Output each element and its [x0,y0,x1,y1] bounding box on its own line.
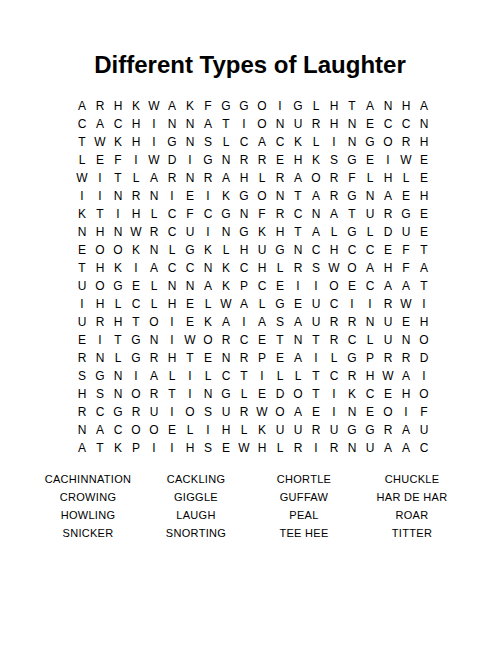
grid-cell[interactable]: U [379,313,397,331]
grid-cell[interactable]: E [271,151,289,169]
grid-cell[interactable]: N [307,205,325,223]
grid-cell[interactable]: C [235,331,253,349]
grid-cell[interactable]: O [199,331,217,349]
grid-cell[interactable]: E [127,277,145,295]
grid-cell[interactable]: R [145,349,163,367]
grid-cell[interactable]: S [199,439,217,457]
grid-cell[interactable]: I [307,439,325,457]
grid-cell[interactable]: A [361,259,379,277]
grid-cell[interactable]: N [199,385,217,403]
grid-cell[interactable]: I [145,133,163,151]
grid-cell[interactable]: A [289,169,307,187]
grid-cell[interactable]: H [163,295,181,313]
grid-cell[interactable]: N [91,349,109,367]
grid-cell[interactable]: A [307,223,325,241]
grid-cell[interactable]: L [235,421,253,439]
grid-cell[interactable]: G [199,151,217,169]
grid-cell[interactable]: N [145,187,163,205]
grid-cell[interactable]: W [235,439,253,457]
grid-cell[interactable]: A [235,295,253,313]
grid-cell[interactable]: I [163,313,181,331]
grid-cell[interactable]: H [379,169,397,187]
grid-cell[interactable]: T [73,133,91,151]
grid-cell[interactable]: L [145,277,163,295]
grid-cell[interactable]: N [343,115,361,133]
grid-cell[interactable]: R [325,313,343,331]
grid-cell[interactable]: C [91,403,109,421]
grid-cell[interactable]: O [343,259,361,277]
grid-cell[interactable]: A [217,169,235,187]
grid-cell[interactable]: U [397,223,415,241]
grid-cell[interactable]: K [199,241,217,259]
grid-cell[interactable]: R [73,403,91,421]
grid-cell[interactable]: G [361,421,379,439]
grid-cell[interactable]: A [397,421,415,439]
grid-cell[interactable]: I [145,439,163,457]
grid-cell[interactable]: L [307,97,325,115]
grid-cell[interactable]: I [361,295,379,313]
grid-cell[interactable]: H [91,295,109,313]
grid-cell[interactable]: H [235,241,253,259]
grid-cell[interactable]: L [361,223,379,241]
grid-cell[interactable]: O [415,331,433,349]
grid-cell[interactable]: R [307,421,325,439]
grid-cell[interactable]: H [289,151,307,169]
grid-cell[interactable]: E [379,385,397,403]
grid-cell[interactable]: E [397,187,415,205]
grid-cell[interactable]: N [361,313,379,331]
grid-cell[interactable]: R [199,169,217,187]
grid-cell[interactable]: N [271,115,289,133]
grid-cell[interactable]: C [343,241,361,259]
grid-cell[interactable]: A [397,367,415,385]
grid-cell[interactable]: O [109,241,127,259]
grid-cell[interactable]: C [109,115,127,133]
grid-cell[interactable]: K [127,241,145,259]
grid-cell[interactable]: H [415,313,433,331]
grid-cell[interactable]: R [145,223,163,241]
grid-cell[interactable]: T [181,349,199,367]
grid-cell[interactable]: U [289,421,307,439]
grid-cell[interactable]: I [91,331,109,349]
grid-cell[interactable]: K [343,385,361,403]
grid-cell[interactable]: A [91,421,109,439]
grid-cell[interactable]: I [325,133,343,151]
grid-cell[interactable]: A [397,277,415,295]
grid-cell[interactable]: A [325,205,343,223]
grid-cell[interactable]: N [235,205,253,223]
grid-cell[interactable]: K [217,277,235,295]
grid-cell[interactable]: R [325,187,343,205]
grid-cell[interactable]: A [145,367,163,385]
grid-cell[interactable]: T [235,367,253,385]
grid-cell[interactable]: S [199,133,217,151]
grid-cell[interactable]: K [307,151,325,169]
grid-cell[interactable]: O [181,403,199,421]
grid-cell[interactable]: R [307,115,325,133]
grid-cell[interactable]: L [325,349,343,367]
grid-cell[interactable]: U [361,439,379,457]
grid-cell[interactable]: E [73,241,91,259]
grid-cell[interactable]: R [235,403,253,421]
grid-cell[interactable]: A [217,313,235,331]
grid-cell[interactable]: F [415,403,433,421]
grid-cell[interactable]: K [127,97,145,115]
grid-cell[interactable]: C [163,223,181,241]
grid-cell[interactable]: S [325,151,343,169]
grid-cell[interactable]: D [163,151,181,169]
grid-cell[interactable]: G [343,349,361,367]
grid-cell[interactable]: N [397,331,415,349]
grid-cell[interactable]: E [361,115,379,133]
grid-cell[interactable]: N [217,151,235,169]
grid-cell[interactable]: A [163,97,181,115]
grid-cell[interactable]: H [91,259,109,277]
grid-cell[interactable]: A [199,277,217,295]
grid-cell[interactable]: E [415,169,433,187]
grid-cell[interactable]: A [145,259,163,277]
grid-cell[interactable]: G [343,223,361,241]
grid-cell[interactable]: O [307,169,325,187]
grid-cell[interactable]: T [289,187,307,205]
grid-cell[interactable]: L [253,295,271,313]
grid-cell[interactable]: I [199,421,217,439]
grid-cell[interactable]: R [253,151,271,169]
grid-cell[interactable]: E [415,151,433,169]
grid-cell[interactable]: U [289,115,307,133]
grid-cell[interactable]: A [91,115,109,133]
grid-cell[interactable]: R [325,331,343,349]
grid-cell[interactable]: R [91,97,109,115]
grid-cell[interactable]: O [145,421,163,439]
grid-cell[interactable]: G [235,223,253,241]
grid-cell[interactable]: I [199,223,217,241]
grid-cell[interactable]: O [91,241,109,259]
grid-cell[interactable]: I [307,349,325,367]
grid-cell[interactable]: N [145,241,163,259]
grid-cell[interactable]: L [271,259,289,277]
grid-cell[interactable]: O [127,385,145,403]
grid-cell[interactable]: U [253,241,271,259]
grid-cell[interactable]: I [235,313,253,331]
grid-cell[interactable]: L [235,385,253,403]
grid-cell[interactable]: L [199,367,217,385]
grid-cell[interactable]: A [253,133,271,151]
grid-cell[interactable]: E [361,151,379,169]
grid-cell[interactable]: T [73,259,91,277]
grid-cell[interactable]: U [145,403,163,421]
grid-cell[interactable]: S [73,367,91,385]
grid-cell[interactable]: N [181,277,199,295]
grid-cell[interactable]: U [379,331,397,349]
grid-cell[interactable]: I [235,115,253,133]
grid-cell[interactable]: R [325,169,343,187]
grid-cell[interactable]: T [217,115,235,133]
grid-cell[interactable]: T [163,385,181,403]
grid-cell[interactable]: W [397,151,415,169]
grid-cell[interactable]: I [415,367,433,385]
grid-cell[interactable]: O [379,403,397,421]
grid-cell[interactable]: K [109,259,127,277]
grid-cell[interactable]: U [181,223,199,241]
grid-cell[interactable]: O [289,385,307,403]
grid-cell[interactable]: C [361,241,379,259]
grid-cell[interactable]: A [379,277,397,295]
grid-cell[interactable]: E [217,439,235,457]
grid-cell[interactable]: P [235,277,253,295]
grid-cell[interactable]: H [127,205,145,223]
grid-cell[interactable]: T [109,331,127,349]
grid-cell[interactable]: N [163,277,181,295]
grid-cell[interactable]: A [397,439,415,457]
grid-cell[interactable]: W [145,97,163,115]
grid-cell[interactable]: F [199,97,217,115]
grid-cell[interactable]: H [271,223,289,241]
grid-cell[interactable]: H [361,367,379,385]
grid-cell[interactable]: T [415,241,433,259]
grid-cell[interactable]: N [73,421,91,439]
grid-cell[interactable]: I [91,169,109,187]
grid-cell[interactable]: E [199,349,217,367]
grid-cell[interactable]: E [91,151,109,169]
grid-cell[interactable]: C [343,331,361,349]
grid-cell[interactable]: H [163,349,181,367]
grid-cell[interactable]: I [91,187,109,205]
grid-cell[interactable]: E [415,205,433,223]
grid-cell[interactable]: L [307,133,325,151]
grid-cell[interactable]: A [289,349,307,367]
grid-cell[interactable]: N [343,439,361,457]
grid-cell[interactable]: A [361,97,379,115]
grid-cell[interactable]: L [127,169,145,187]
grid-cell[interactable]: G [127,331,145,349]
grid-cell[interactable]: N [109,385,127,403]
grid-cell[interactable]: I [325,403,343,421]
grid-cell[interactable]: O [253,115,271,133]
grid-cell[interactable]: R [379,295,397,313]
grid-cell[interactable]: I [415,295,433,313]
grid-cell[interactable]: I [181,385,199,403]
grid-cell[interactable]: I [343,295,361,313]
grid-cell[interactable]: W [217,295,235,313]
grid-cell[interactable]: T [307,385,325,403]
grid-cell[interactable]: A [379,439,397,457]
grid-cell[interactable]: I [163,187,181,205]
grid-cell[interactable]: N [271,187,289,205]
grid-cell[interactable]: E [73,331,91,349]
grid-cell[interactable]: A [289,313,307,331]
grid-cell[interactable]: L [253,169,271,187]
grid-cell[interactable]: W [181,331,199,349]
grid-cell[interactable]: U [307,313,325,331]
grid-cell[interactable]: C [235,133,253,151]
grid-cell[interactable]: C [199,205,217,223]
grid-cell[interactable]: G [109,277,127,295]
grid-cell[interactable]: E [361,403,379,421]
grid-cell[interactable]: O [271,403,289,421]
grid-cell[interactable]: W [325,259,343,277]
grid-cell[interactable]: E [379,241,397,259]
grid-cell[interactable]: C [253,277,271,295]
grid-cell[interactable]: R [91,313,109,331]
grid-cell[interactable]: C [361,385,379,403]
grid-cell[interactable]: C [325,295,343,313]
grid-cell[interactable]: T [343,97,361,115]
grid-cell[interactable]: N [217,349,235,367]
grid-cell[interactable]: K [181,97,199,115]
grid-cell[interactable]: L [199,295,217,313]
grid-cell[interactable]: A [289,403,307,421]
grid-cell[interactable]: L [109,295,127,313]
grid-cell[interactable]: C [325,367,343,385]
grid-cell[interactable]: L [289,367,307,385]
grid-cell[interactable]: G [217,205,235,223]
grid-cell[interactable]: I [109,205,127,223]
grid-cell[interactable]: C [289,205,307,223]
grid-cell[interactable]: I [289,277,307,295]
grid-cell[interactable]: R [397,349,415,367]
grid-cell[interactable]: W [127,223,145,241]
grid-cell[interactable]: G [397,205,415,223]
grid-cell[interactable]: K [253,421,271,439]
grid-cell[interactable]: C [73,115,91,133]
grid-cell[interactable]: K [217,259,235,277]
grid-cell[interactable]: C [415,439,433,457]
grid-cell[interactable]: W [253,403,271,421]
grid-cell[interactable]: K [73,205,91,223]
grid-cell[interactable]: G [343,151,361,169]
grid-cell[interactable]: G [271,241,289,259]
grid-cell[interactable]: A [307,187,325,205]
grid-cell[interactable]: L [271,367,289,385]
grid-cell[interactable]: O [379,133,397,151]
grid-cell[interactable]: C [271,133,289,151]
grid-cell[interactable]: T [415,277,433,295]
grid-cell[interactable]: G [163,133,181,151]
grid-cell[interactable]: O [253,97,271,115]
grid-cell[interactable]: H [91,223,109,241]
grid-cell[interactable]: T [109,169,127,187]
grid-cell[interactable]: C [307,241,325,259]
grid-cell[interactable]: H [325,115,343,133]
grid-cell[interactable]: N [109,187,127,205]
grid-cell[interactable]: H [397,97,415,115]
grid-cell[interactable]: O [325,277,343,295]
grid-cell[interactable]: R [271,205,289,223]
grid-cell[interactable]: C [163,259,181,277]
grid-cell[interactable]: P [253,349,271,367]
grid-cell[interactable]: E [271,349,289,367]
grid-cell[interactable]: C [235,259,253,277]
grid-cell[interactable]: O [91,277,109,295]
grid-cell[interactable]: R [145,385,163,403]
grid-cell[interactable]: G [343,187,361,205]
grid-cell[interactable]: F [397,259,415,277]
grid-cell[interactable]: H [109,97,127,115]
grid-cell[interactable]: D [415,349,433,367]
grid-cell[interactable]: N [181,169,199,187]
grid-cell[interactable]: I [181,367,199,385]
grid-cell[interactable]: E [307,403,325,421]
grid-cell[interactable]: N [73,223,91,241]
grid-cell[interactable]: R [127,403,145,421]
grid-cell[interactable]: E [253,331,271,349]
grid-cell[interactable]: F [343,169,361,187]
grid-cell[interactable]: I [145,115,163,133]
grid-cell[interactable]: C [379,115,397,133]
grid-cell[interactable]: O [127,421,145,439]
grid-cell[interactable]: R [235,151,253,169]
grid-cell[interactable]: O [253,187,271,205]
grid-cell[interactable]: N [109,367,127,385]
grid-cell[interactable]: H [379,259,397,277]
grid-cell[interactable]: N [289,241,307,259]
grid-cell[interactable]: H [127,115,145,133]
grid-cell[interactable]: R [289,439,307,457]
grid-cell[interactable]: G [217,385,235,403]
grid-cell[interactable]: S [199,403,217,421]
grid-cell[interactable]: L [361,169,379,187]
grid-cell[interactable]: I [163,403,181,421]
grid-cell[interactable]: L [217,241,235,259]
grid-cell[interactable]: C [181,259,199,277]
grid-cell[interactable]: T [307,367,325,385]
grid-cell[interactable]: G [91,367,109,385]
grid-cell[interactable]: I [181,151,199,169]
grid-cell[interactable]: W [91,133,109,151]
grid-cell[interactable]: C [361,277,379,295]
grid-cell[interactable]: W [73,169,91,187]
grid-cell[interactable]: I [127,367,145,385]
grid-cell[interactable]: S [271,313,289,331]
grid-cell[interactable]: F [109,151,127,169]
grid-cell[interactable]: N [343,403,361,421]
grid-cell[interactable]: T [289,223,307,241]
grid-cell[interactable]: E [181,187,199,205]
grid-cell[interactable]: G [127,349,145,367]
grid-cell[interactable]: H [325,97,343,115]
grid-cell[interactable]: R [235,349,253,367]
grid-cell[interactable]: H [397,385,415,403]
grid-cell[interactable]: N [199,259,217,277]
grid-cell[interactable]: K [199,313,217,331]
grid-cell[interactable]: K [217,187,235,205]
grid-cell[interactable]: L [73,151,91,169]
grid-cell[interactable]: T [127,313,145,331]
grid-cell[interactable]: H [415,133,433,151]
grid-cell[interactable]: A [145,169,163,187]
grid-cell[interactable]: E [397,313,415,331]
grid-cell[interactable]: P [127,439,145,457]
grid-cell[interactable]: G [289,97,307,115]
grid-cell[interactable]: U [325,421,343,439]
grid-cell[interactable]: I [73,295,91,313]
grid-cell[interactable]: W [379,367,397,385]
grid-cell[interactable]: E [271,277,289,295]
grid-cell[interactable]: I [199,187,217,205]
grid-cell[interactable]: T [271,331,289,349]
grid-cell[interactable]: R [379,205,397,223]
grid-cell[interactable]: H [235,169,253,187]
grid-cell[interactable]: I [127,259,145,277]
grid-cell[interactable]: N [145,331,163,349]
grid-cell[interactable]: R [271,169,289,187]
grid-cell[interactable]: R [217,331,235,349]
grid-cell[interactable]: R [343,313,361,331]
grid-cell[interactable]: K [289,133,307,151]
grid-cell[interactable]: W [145,151,163,169]
grid-cell[interactable]: N [415,115,433,133]
